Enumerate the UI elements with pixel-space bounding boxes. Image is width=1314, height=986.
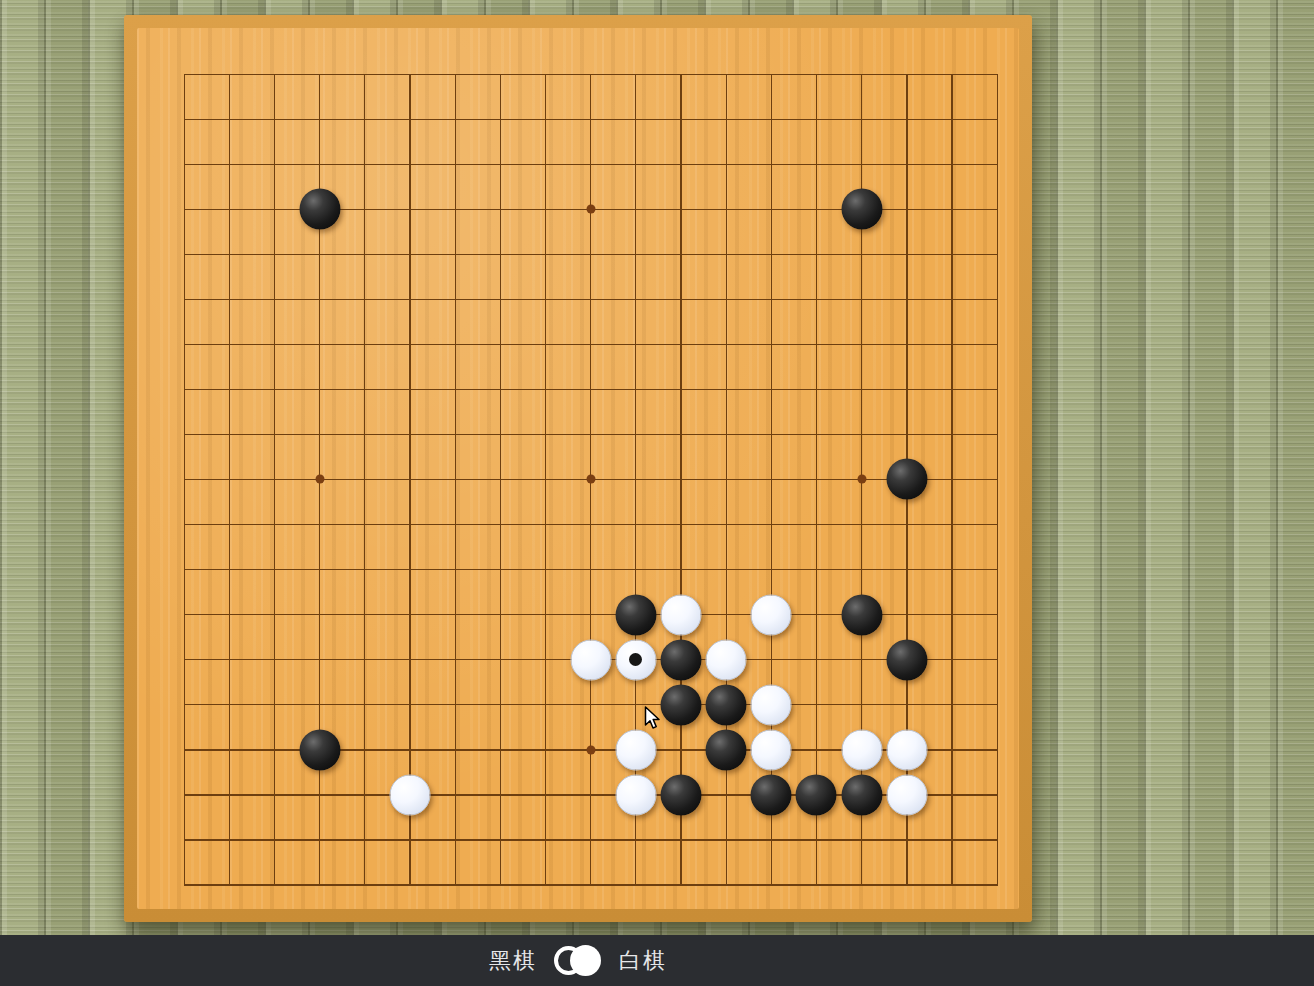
star-point [857, 475, 866, 484]
stone-color-switch-group: 黑棋 白棋 [489, 935, 667, 986]
star-point [586, 745, 595, 754]
goban-grid[interactable] [184, 74, 998, 885]
go-board-surface [137, 28, 1019, 909]
stone-black [751, 774, 792, 815]
grid-line [184, 704, 998, 705]
stone-black [706, 684, 747, 725]
grid-line [184, 884, 998, 885]
stone-black [841, 594, 882, 635]
stone-black [841, 774, 882, 815]
grid-line [951, 74, 952, 885]
stone-black [706, 729, 747, 770]
stone-black [886, 459, 927, 500]
stone-black [660, 639, 701, 680]
stone-black [615, 594, 656, 635]
stone-white [706, 639, 747, 680]
black-stone-label: 黑棋 [489, 946, 537, 976]
star-point [315, 475, 324, 484]
stone-white [841, 729, 882, 770]
stone-white [751, 684, 792, 725]
stone-white [751, 594, 792, 635]
grid-line [184, 569, 998, 570]
stone-black [796, 774, 837, 815]
stone-black [299, 189, 340, 230]
last-move-marker [629, 653, 642, 666]
stone-white [886, 774, 927, 815]
stone-black [299, 729, 340, 770]
stone-white [570, 639, 611, 680]
stone-white [389, 774, 430, 815]
white-stone-label: 白棋 [619, 946, 667, 976]
stone-black [660, 774, 701, 815]
stone-white [660, 594, 701, 635]
grid-line [816, 74, 817, 885]
toggle-knob-icon [570, 945, 601, 976]
stone-white [615, 729, 656, 770]
stone-white [751, 729, 792, 770]
stone-white [615, 639, 656, 680]
go-board-frame [124, 15, 1032, 922]
stone-black [841, 189, 882, 230]
star-point [586, 205, 595, 214]
grid-line [680, 74, 681, 885]
stone-color-toggle[interactable] [554, 944, 602, 977]
grid-line [184, 524, 998, 525]
star-point [586, 475, 595, 484]
grid-line [184, 839, 998, 840]
footer-bar: 黑棋 白棋 [0, 935, 1314, 986]
stone-white [615, 774, 656, 815]
stone-black [886, 639, 927, 680]
grid-line [997, 74, 998, 885]
mouse-cursor-icon [644, 706, 662, 730]
go-app: { "game": "go", "board": { "size": 19, "… [0, 0, 1314, 986]
stone-white [886, 729, 927, 770]
stone-black [660, 684, 701, 725]
